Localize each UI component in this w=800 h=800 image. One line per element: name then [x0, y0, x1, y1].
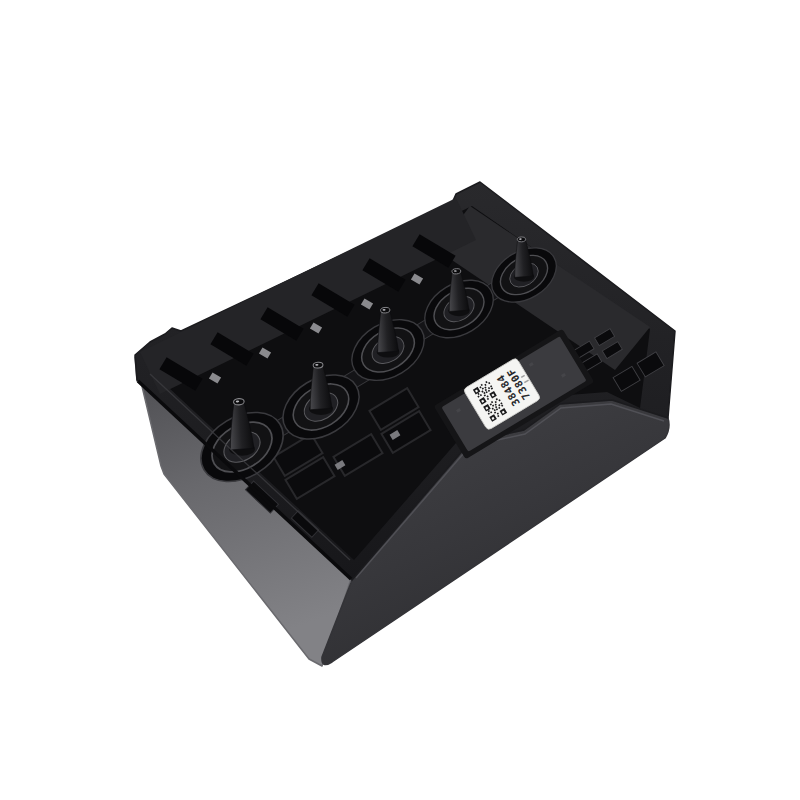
printhead-product-photo: 38484 7380F — [0, 0, 800, 800]
photo-canvas: 38484 7380F — [0, 0, 800, 800]
